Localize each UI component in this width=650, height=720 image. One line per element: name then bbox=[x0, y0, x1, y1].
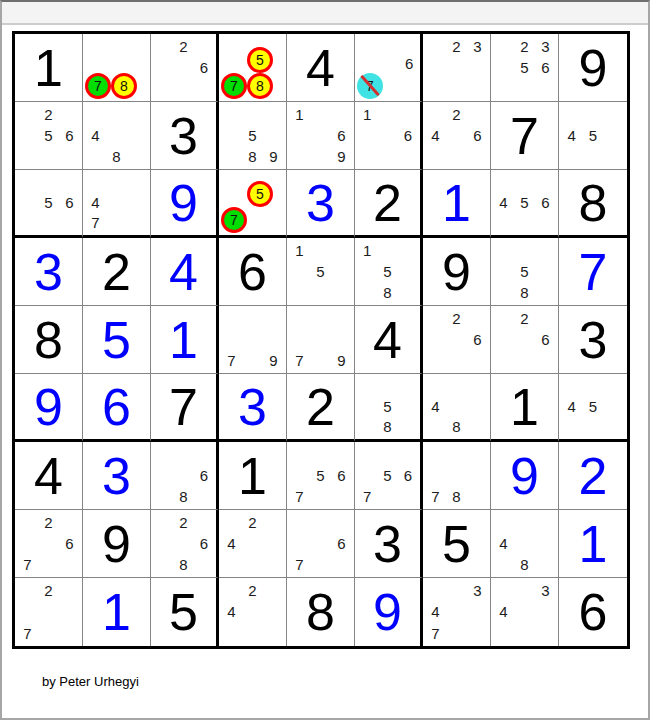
candidate-7-green-circle: 7 bbox=[85, 73, 111, 99]
candidate-slot-9: 9 bbox=[331, 350, 352, 371]
candidate-slot-1 bbox=[425, 580, 446, 601]
cell-r6c8[interactable]: 1 bbox=[491, 374, 559, 442]
candidate-slot-8 bbox=[310, 350, 331, 371]
candidate-6: 6 bbox=[473, 332, 481, 347]
cell-r9c1[interactable]: 27 bbox=[15, 578, 83, 646]
candidate-slot-4: 4 bbox=[221, 601, 242, 622]
candidate-slot-7 bbox=[493, 623, 514, 644]
candidate-3: 3 bbox=[473, 583, 481, 598]
candidate-slot-1 bbox=[153, 512, 173, 533]
cell-r9c2[interactable]: 1 bbox=[83, 578, 151, 646]
candidate-slot-7 bbox=[357, 282, 377, 303]
cell-r7c1[interactable]: 4 bbox=[15, 442, 83, 510]
cell-r4c5[interactable]: 15 bbox=[287, 238, 355, 306]
candidate-grid: 48 bbox=[491, 510, 558, 577]
candidate-slot-8 bbox=[446, 146, 467, 167]
candidate-slot-1 bbox=[357, 36, 383, 55]
cell-r3c4[interactable]: 57 bbox=[219, 170, 287, 238]
cell-r8c8[interactable]: 48 bbox=[491, 510, 559, 578]
candidate-slot-8 bbox=[173, 78, 193, 99]
cell-r8c5[interactable]: 67 bbox=[287, 510, 355, 578]
cell-r2c9[interactable]: 45 bbox=[559, 102, 627, 170]
cell-r4c6[interactable]: 158 bbox=[355, 238, 423, 306]
cell-r8c3[interactable]: 268 bbox=[151, 510, 219, 578]
cell-r1c3[interactable]: 26 bbox=[151, 34, 219, 102]
given-digit: 8 bbox=[579, 177, 608, 229]
candidate-slot-1 bbox=[561, 104, 582, 125]
candidate-7: 7 bbox=[295, 557, 303, 572]
candidate-slot-5: 5 bbox=[377, 396, 397, 416]
candidate-slot-3 bbox=[467, 308, 488, 329]
candidate-5: 5 bbox=[520, 264, 528, 279]
cell-r7c2[interactable]: 3 bbox=[83, 442, 151, 510]
candidate-slot-8: 8 bbox=[247, 73, 273, 99]
app-window: 1782657846723235692564835891691624674556… bbox=[0, 0, 650, 720]
candidate-slot-9 bbox=[398, 146, 418, 167]
cell-r7c5[interactable]: 567 bbox=[287, 442, 355, 510]
candidate-slot-2 bbox=[242, 104, 263, 125]
cell-r8c1[interactable]: 267 bbox=[15, 510, 83, 578]
candidate-slot-6: 6 bbox=[398, 125, 418, 146]
candidate-slot-3 bbox=[331, 444, 352, 465]
solved-digit: 9 bbox=[510, 450, 539, 502]
candidate-grid: 456 bbox=[491, 170, 558, 235]
cell-r5c7[interactable]: 26 bbox=[423, 306, 491, 374]
cell-r3c3[interactable]: 9 bbox=[151, 170, 219, 238]
cell-r1c7[interactable]: 23 bbox=[423, 34, 491, 102]
cell-r9c6[interactable]: 9 bbox=[355, 578, 423, 646]
candidate-grid: 23 bbox=[423, 34, 490, 101]
candidate-slot-4 bbox=[289, 125, 310, 146]
candidate-2: 2 bbox=[44, 107, 52, 122]
cell-r3c8[interactable]: 456 bbox=[491, 170, 559, 238]
cell-r9c4[interactable]: 24 bbox=[219, 578, 287, 646]
candidate-slot-8: 8 bbox=[377, 417, 397, 437]
candidate-slot-8 bbox=[310, 554, 331, 575]
candidate-slot-9 bbox=[127, 213, 148, 233]
candidate-3: 3 bbox=[473, 39, 481, 54]
candidate-4: 4 bbox=[499, 195, 507, 210]
candidate-grid: 26 bbox=[151, 34, 216, 101]
cell-r2c8[interactable]: 7 bbox=[491, 102, 559, 170]
candidate-2: 2 bbox=[44, 583, 52, 598]
candidate-slot-9 bbox=[331, 554, 352, 575]
candidate-6: 6 bbox=[404, 128, 412, 143]
cell-r1c8[interactable]: 2356 bbox=[491, 34, 559, 102]
cell-r6c3[interactable]: 7 bbox=[151, 374, 219, 442]
candidate-6: 6 bbox=[200, 468, 208, 483]
candidate-1: 1 bbox=[363, 107, 371, 122]
candidate-slot-1 bbox=[221, 36, 247, 47]
candidate-grid: 246 bbox=[423, 102, 490, 169]
candidate-slot-8 bbox=[310, 282, 331, 303]
candidate-slot-3 bbox=[127, 172, 148, 192]
candidate-slot-3 bbox=[535, 240, 556, 261]
candidate-4: 4 bbox=[567, 399, 575, 414]
candidate-grid: 78 bbox=[83, 34, 150, 101]
candidate-slot-6: 6 bbox=[59, 125, 80, 146]
candidate-slot-4 bbox=[221, 125, 242, 146]
cell-r5c9[interactable]: 3 bbox=[559, 306, 627, 374]
candidate-slot-5 bbox=[38, 601, 59, 622]
candidate-2: 2 bbox=[452, 107, 460, 122]
cell-r6c4[interactable]: 3 bbox=[219, 374, 287, 442]
candidate-slot-2 bbox=[383, 36, 401, 55]
candidate-slot-9 bbox=[194, 486, 214, 507]
candidate-slot-2: 2 bbox=[242, 580, 263, 601]
cell-r1c2[interactable]: 78 bbox=[83, 34, 151, 102]
candidate-7: 7 bbox=[363, 489, 371, 504]
candidate-slot-9 bbox=[331, 486, 352, 507]
solved-digit: 1 bbox=[579, 518, 608, 570]
cell-r7c4[interactable]: 1 bbox=[219, 442, 287, 510]
candidate-7: 7 bbox=[23, 626, 31, 641]
cell-r2c5[interactable]: 169 bbox=[287, 102, 355, 170]
cell-r3c1[interactable]: 56 bbox=[15, 170, 83, 238]
candidate-slot-5: 5 bbox=[310, 465, 331, 486]
candidate-slot-5: 5 bbox=[377, 465, 397, 486]
candidate-slot-5 bbox=[446, 465, 467, 486]
candidate-slot-6 bbox=[273, 181, 284, 207]
candidate-slot-3 bbox=[263, 580, 284, 601]
given-digit: 2 bbox=[306, 381, 335, 433]
candidate-slot-7: 7 bbox=[425, 623, 446, 644]
candidate-7: 7 bbox=[295, 353, 303, 368]
candidate-slot-8: 8 bbox=[446, 417, 467, 437]
cell-r9c8[interactable]: 34 bbox=[491, 578, 559, 646]
given-digit: 8 bbox=[34, 314, 63, 366]
cell-r6c6[interactable]: 58 bbox=[355, 374, 423, 442]
solved-digit: 6 bbox=[102, 381, 131, 433]
candidate-slot-7 bbox=[493, 554, 514, 575]
candidate-slot-5: 5 bbox=[514, 192, 535, 212]
candidate-slot-3 bbox=[401, 36, 419, 55]
candidate-4: 4 bbox=[567, 128, 575, 143]
candidate-slot-1 bbox=[17, 580, 38, 601]
solved-digit: 1 bbox=[442, 177, 471, 229]
candidate-slot-4 bbox=[221, 47, 247, 73]
candidate-slot-9 bbox=[535, 282, 556, 303]
candidate-slot-9: 9 bbox=[263, 146, 284, 167]
cell-r9c7[interactable]: 347 bbox=[423, 578, 491, 646]
candidate-slot-4: 4 bbox=[425, 396, 446, 416]
candidate-slot-4 bbox=[221, 329, 242, 350]
candidate-slot-1 bbox=[221, 104, 242, 125]
candidate-slot-7 bbox=[357, 146, 377, 167]
cell-r7c7[interactable]: 78 bbox=[423, 442, 491, 510]
candidate-1: 1 bbox=[363, 243, 371, 258]
candidate-2: 2 bbox=[179, 515, 187, 530]
candidate-slot-4 bbox=[17, 533, 38, 554]
candidate-slot-6 bbox=[137, 55, 148, 74]
candidate-grid: 567 bbox=[287, 442, 354, 509]
candidate-6: 6 bbox=[337, 536, 345, 551]
cell-r7c8[interactable]: 9 bbox=[491, 442, 559, 510]
solved-digit: 3 bbox=[238, 381, 267, 433]
candidate-5: 5 bbox=[383, 399, 391, 414]
cell-r1c6[interactable]: 67 bbox=[355, 34, 423, 102]
candidate-grid: 68 bbox=[151, 442, 216, 509]
candidate-slot-3 bbox=[59, 104, 80, 125]
cell-r7c9[interactable]: 2 bbox=[559, 442, 627, 510]
candidate-slot-9 bbox=[59, 623, 80, 644]
candidate-8: 8 bbox=[452, 489, 460, 504]
candidate-slot-7 bbox=[561, 146, 582, 167]
candidate-slot-6: 6 bbox=[194, 57, 214, 78]
candidate-slot-9 bbox=[535, 623, 556, 644]
candidate-slot-6 bbox=[535, 601, 556, 622]
cell-r5c4[interactable]: 79 bbox=[219, 306, 287, 374]
candidate-slot-8: 8 bbox=[446, 486, 467, 507]
candidate-slot-4 bbox=[289, 533, 310, 554]
candidate-slot-2 bbox=[582, 104, 603, 125]
solved-digit: 3 bbox=[102, 450, 131, 502]
cell-r1c4[interactable]: 578 bbox=[219, 34, 287, 102]
cell-r1c9[interactable]: 9 bbox=[559, 34, 627, 102]
cell-r4c8[interactable]: 58 bbox=[491, 238, 559, 306]
candidate-slot-3: 3 bbox=[535, 580, 556, 601]
candidate-9: 9 bbox=[337, 353, 345, 368]
cell-r9c9[interactable]: 6 bbox=[559, 578, 627, 646]
candidate-slot-1 bbox=[221, 580, 242, 601]
candidate-slot-5: 5 bbox=[514, 261, 535, 282]
candidate-slot-9 bbox=[535, 350, 556, 371]
given-digit: 5 bbox=[169, 586, 198, 638]
cell-r2c4[interactable]: 589 bbox=[219, 102, 287, 170]
candidate-grid: 24 bbox=[219, 510, 286, 577]
candidate-slot-3 bbox=[194, 444, 214, 465]
candidate-grid: 78 bbox=[423, 442, 490, 509]
candidate-8: 8 bbox=[520, 285, 528, 300]
cell-r5c8[interactable]: 26 bbox=[491, 306, 559, 374]
candidate-slot-9 bbox=[194, 554, 214, 575]
candidate-slot-7: 7 bbox=[17, 554, 38, 575]
candidate-slot-1 bbox=[289, 512, 310, 533]
candidate-slot-2 bbox=[173, 444, 193, 465]
cell-r3c2[interactable]: 47 bbox=[83, 170, 151, 238]
candidate-6: 6 bbox=[541, 195, 549, 210]
candidate-grid: 267 bbox=[15, 510, 82, 577]
candidate-slot-4 bbox=[425, 329, 446, 350]
candidate-8: 8 bbox=[179, 489, 187, 504]
candidate-6: 6 bbox=[404, 468, 412, 483]
candidate-5: 5 bbox=[589, 399, 597, 414]
candidate-slot-2 bbox=[106, 104, 127, 125]
candidate-7: 7 bbox=[91, 215, 99, 230]
candidate-slot-3 bbox=[604, 104, 625, 125]
cell-r3c9[interactable]: 8 bbox=[559, 170, 627, 238]
cell-r1c1[interactable]: 1 bbox=[15, 34, 83, 102]
candidate-7-cyan-circle: 7 bbox=[357, 73, 383, 99]
candidate-slot-9 bbox=[59, 146, 80, 167]
candidate-slot-4 bbox=[289, 261, 310, 282]
candidate-slot-8: 8 bbox=[242, 146, 263, 167]
candidate-grid: 589 bbox=[219, 102, 286, 169]
candidate-slot-9 bbox=[137, 73, 148, 99]
candidate-slot-3 bbox=[273, 172, 284, 181]
candidate-slot-6 bbox=[398, 396, 418, 416]
candidate-grid: 56 bbox=[15, 170, 82, 235]
candidate-slot-2 bbox=[514, 512, 535, 533]
candidate-slot-4 bbox=[17, 125, 38, 146]
cell-r9c5[interactable]: 8 bbox=[287, 578, 355, 646]
cell-r4c4[interactable]: 6 bbox=[219, 238, 287, 306]
candidate-slot-7 bbox=[153, 78, 173, 99]
candidate-slot-8 bbox=[514, 78, 535, 99]
candidate-slot-1 bbox=[17, 172, 38, 192]
cell-r2c3[interactable]: 3 bbox=[151, 102, 219, 170]
candidate-slot-2 bbox=[38, 172, 59, 192]
cell-r6c5[interactable]: 2 bbox=[287, 374, 355, 442]
candidate-slot-3 bbox=[59, 512, 80, 533]
candidate-slot-5: 5 bbox=[247, 181, 273, 207]
cell-r4c3[interactable]: 4 bbox=[151, 238, 219, 306]
candidate-slot-6 bbox=[467, 57, 488, 78]
candidate-slot-8 bbox=[582, 146, 603, 167]
candidate-slot-7: 7 bbox=[357, 73, 383, 99]
cell-r4c1[interactable]: 3 bbox=[15, 238, 83, 306]
cell-r1c5[interactable]: 4 bbox=[287, 34, 355, 102]
cell-r8c6[interactable]: 3 bbox=[355, 510, 423, 578]
candidate-2: 2 bbox=[520, 311, 528, 326]
candidate-slot-2 bbox=[514, 580, 535, 601]
cell-r4c9[interactable]: 7 bbox=[559, 238, 627, 306]
candidate-4: 4 bbox=[499, 604, 507, 619]
candidate-slot-1 bbox=[425, 308, 446, 329]
cell-r4c7[interactable]: 9 bbox=[423, 238, 491, 306]
candidate-slot-1: 1 bbox=[357, 104, 377, 125]
cell-r3c5[interactable]: 3 bbox=[287, 170, 355, 238]
candidate-5-yellow-circle: 5 bbox=[247, 181, 273, 207]
candidate-slot-3 bbox=[127, 104, 148, 125]
candidate-7: 7 bbox=[227, 353, 235, 368]
candidate-slot-8 bbox=[38, 146, 59, 167]
cell-r8c4[interactable]: 24 bbox=[219, 510, 287, 578]
cell-r3c7[interactable]: 1 bbox=[423, 170, 491, 238]
cell-r4c2[interactable]: 2 bbox=[83, 238, 151, 306]
candidate-grid: 58 bbox=[491, 238, 558, 305]
candidate-slot-3 bbox=[535, 308, 556, 329]
candidate-slot-2 bbox=[310, 512, 331, 533]
cell-r7c6[interactable]: 567 bbox=[355, 442, 423, 510]
candidate-slot-9 bbox=[467, 486, 488, 507]
candidate-slot-2: 2 bbox=[446, 308, 467, 329]
candidate-slot-8 bbox=[310, 486, 331, 507]
candidate-slot-7: 7 bbox=[85, 73, 111, 99]
solved-digit: 1 bbox=[102, 586, 131, 638]
candidate-slot-4 bbox=[493, 57, 514, 78]
candidate-slot-2: 2 bbox=[446, 104, 467, 125]
cell-r2c6[interactable]: 16 bbox=[355, 102, 423, 170]
cell-r5c3[interactable]: 1 bbox=[151, 306, 219, 374]
cell-r7c3[interactable]: 68 bbox=[151, 442, 219, 510]
candidate-8: 8 bbox=[520, 557, 528, 572]
candidate-slot-6: 6 bbox=[194, 533, 214, 554]
candidate-slot-6 bbox=[127, 192, 148, 212]
candidate-slot-1 bbox=[493, 172, 514, 192]
candidate-slot-7 bbox=[493, 78, 514, 99]
candidate-6: 6 bbox=[473, 128, 481, 143]
candidate-slot-8: 8 bbox=[173, 486, 193, 507]
candidate-8: 8 bbox=[248, 149, 256, 164]
candidate-slot-4: 4 bbox=[561, 396, 582, 416]
cell-r8c7[interactable]: 5 bbox=[423, 510, 491, 578]
candidate-slot-4 bbox=[289, 465, 310, 486]
candidate-slot-7 bbox=[425, 146, 446, 167]
candidate-grid: 45 bbox=[559, 102, 627, 169]
candidate-grid: 158 bbox=[355, 238, 420, 305]
cell-r5c6[interactable]: 4 bbox=[355, 306, 423, 374]
candidate-slot-4: 4 bbox=[85, 192, 106, 212]
candidate-grid: 2356 bbox=[491, 34, 558, 101]
cell-r3c6[interactable]: 2 bbox=[355, 170, 423, 238]
candidate-slot-2 bbox=[446, 580, 467, 601]
candidate-slot-2 bbox=[377, 240, 397, 261]
candidate-5: 5 bbox=[589, 128, 597, 143]
cell-r2c2[interactable]: 48 bbox=[83, 102, 151, 170]
given-digit: 8 bbox=[306, 586, 335, 638]
candidate-2: 2 bbox=[44, 515, 52, 530]
candidate-8: 8 bbox=[179, 557, 187, 572]
cell-r5c1[interactable]: 8 bbox=[15, 306, 83, 374]
candidate-slot-6 bbox=[398, 261, 418, 282]
candidate-slot-6: 6 bbox=[59, 192, 80, 212]
cell-r8c2[interactable]: 9 bbox=[83, 510, 151, 578]
sudoku-board: 1782657846723235692564835891691624674556… bbox=[12, 31, 630, 649]
given-digit: 1 bbox=[34, 42, 63, 94]
cell-r5c2[interactable]: 5 bbox=[83, 306, 151, 374]
cell-r6c2[interactable]: 6 bbox=[83, 374, 151, 442]
cell-r6c9[interactable]: 45 bbox=[559, 374, 627, 442]
candidate-slot-2: 2 bbox=[38, 512, 59, 533]
given-digit: 4 bbox=[34, 450, 63, 502]
candidate-slot-7 bbox=[425, 417, 446, 437]
candidate-slot-3 bbox=[263, 308, 284, 329]
cell-r6c7[interactable]: 48 bbox=[423, 374, 491, 442]
candidate-slot-5 bbox=[514, 533, 535, 554]
candidate-slot-6: 6 bbox=[535, 57, 556, 78]
candidate-2: 2 bbox=[248, 515, 256, 530]
cell-r8c9[interactable]: 1 bbox=[559, 510, 627, 578]
candidate-slot-3 bbox=[263, 104, 284, 125]
candidate-slot-1: 1 bbox=[357, 240, 377, 261]
candidate-slot-8: 8 bbox=[377, 282, 397, 303]
candidate-slot-1: 1 bbox=[289, 240, 310, 261]
candidate-slot-8 bbox=[446, 78, 467, 99]
given-digit: 9 bbox=[442, 246, 471, 298]
candidate-slot-7 bbox=[561, 417, 582, 437]
given-digit: 4 bbox=[306, 42, 335, 94]
candidate-grid: 27 bbox=[15, 578, 82, 646]
cell-r5c5[interactable]: 79 bbox=[287, 306, 355, 374]
cell-r2c7[interactable]: 246 bbox=[423, 102, 491, 170]
candidate-slot-5 bbox=[38, 533, 59, 554]
cell-r6c1[interactable]: 9 bbox=[15, 374, 83, 442]
candidate-slot-5 bbox=[310, 125, 331, 146]
candidate-grid: 16 bbox=[355, 102, 420, 169]
candidate-slot-1 bbox=[17, 104, 38, 125]
candidate-grid: 79 bbox=[219, 306, 286, 373]
cell-r2c1[interactable]: 256 bbox=[15, 102, 83, 170]
candidate-slot-5 bbox=[242, 329, 263, 350]
candidate-slot-9 bbox=[273, 207, 284, 233]
candidate-slot-3 bbox=[194, 512, 214, 533]
candidate-slot-5 bbox=[514, 601, 535, 622]
candidate-slot-3: 3 bbox=[467, 36, 488, 57]
cell-r9c3[interactable]: 5 bbox=[151, 578, 219, 646]
candidate-slot-1 bbox=[17, 512, 38, 533]
candidate-slot-1 bbox=[357, 376, 377, 396]
